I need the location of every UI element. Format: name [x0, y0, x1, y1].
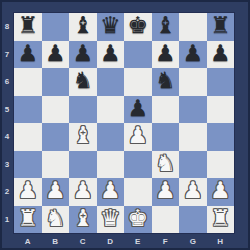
square-e4[interactable]: ♟ — [124, 123, 152, 151]
rank-label-3: 3 — [0, 151, 14, 179]
chess-board-frame: 87654321 ♜♝♛♚♝♜♟♟♟♟♟♟♟♞♞♟♝♟♞♟♟♟♟♟♟♟♜♞♝♛♚… — [0, 0, 250, 250]
piece-black-pawn[interactable]: ♟ — [17, 42, 38, 67]
square-g4[interactable] — [179, 123, 207, 151]
piece-black-bishop[interactable]: ♝ — [72, 14, 93, 39]
square-h3[interactable] — [207, 151, 235, 179]
square-d8[interactable]: ♛ — [97, 13, 125, 41]
square-c7[interactable]: ♟ — [69, 41, 97, 69]
square-h8[interactable]: ♜ — [207, 13, 235, 41]
piece-black-pawn[interactable]: ♟ — [210, 42, 231, 67]
square-h2[interactable]: ♟ — [207, 178, 235, 206]
square-a3[interactable] — [14, 151, 42, 179]
chess-board[interactable]: ♜♝♛♚♝♜♟♟♟♟♟♟♟♞♞♟♝♟♞♟♟♟♟♟♟♟♜♞♝♛♚♜ — [14, 13, 234, 233]
square-d6[interactable] — [97, 68, 125, 96]
rank-label-1: 1 — [0, 206, 14, 234]
piece-white-king[interactable]: ♚ — [127, 207, 148, 232]
piece-white-pawn[interactable]: ♟ — [45, 179, 66, 204]
square-b3[interactable] — [42, 151, 70, 179]
square-g3[interactable] — [179, 151, 207, 179]
square-g8[interactable] — [179, 13, 207, 41]
file-labels: ABCDEFGH — [14, 234, 234, 248]
rank-label-4: 4 — [0, 123, 14, 151]
square-a1[interactable]: ♜ — [14, 206, 42, 234]
piece-black-rook[interactable]: ♜ — [17, 14, 38, 39]
square-g6[interactable] — [179, 68, 207, 96]
piece-white-queen[interactable]: ♛ — [100, 207, 121, 232]
square-h6[interactable] — [207, 68, 235, 96]
piece-black-bishop[interactable]: ♝ — [155, 14, 176, 39]
piece-black-knight[interactable]: ♞ — [155, 69, 176, 94]
square-a2[interactable]: ♟ — [14, 178, 42, 206]
square-d3[interactable] — [97, 151, 125, 179]
rank-label-6: 6 — [0, 68, 14, 96]
piece-black-pawn[interactable]: ♟ — [155, 42, 176, 67]
piece-white-pawn[interactable]: ♟ — [17, 179, 38, 204]
square-f5[interactable] — [152, 96, 180, 124]
square-b1[interactable]: ♞ — [42, 206, 70, 234]
file-label-a: A — [14, 234, 42, 248]
file-label-f: F — [152, 234, 180, 248]
piece-white-bishop[interactable]: ♝ — [72, 124, 93, 149]
piece-white-pawn[interactable]: ♟ — [155, 179, 176, 204]
piece-white-pawn[interactable]: ♟ — [210, 179, 231, 204]
piece-black-pawn[interactable]: ♟ — [127, 97, 148, 122]
square-a8[interactable]: ♜ — [14, 13, 42, 41]
square-e8[interactable]: ♚ — [124, 13, 152, 41]
piece-black-rook[interactable]: ♜ — [210, 14, 231, 39]
square-b7[interactable]: ♟ — [42, 41, 70, 69]
file-label-d: D — [97, 234, 125, 248]
square-e1[interactable]: ♚ — [124, 206, 152, 234]
square-e6[interactable] — [124, 68, 152, 96]
square-b4[interactable] — [42, 123, 70, 151]
piece-white-knight[interactable]: ♞ — [155, 152, 176, 177]
square-d5[interactable] — [97, 96, 125, 124]
square-a6[interactable] — [14, 68, 42, 96]
square-d7[interactable]: ♟ — [97, 41, 125, 69]
piece-white-rook[interactable]: ♜ — [210, 207, 231, 232]
square-f2[interactable]: ♟ — [152, 178, 180, 206]
square-g7[interactable]: ♟ — [179, 41, 207, 69]
square-a5[interactable] — [14, 96, 42, 124]
square-g1[interactable] — [179, 206, 207, 234]
file-label-b: B — [42, 234, 70, 248]
piece-white-pawn[interactable]: ♟ — [100, 179, 121, 204]
square-e3[interactable] — [124, 151, 152, 179]
square-c6[interactable]: ♞ — [69, 68, 97, 96]
square-e5[interactable]: ♟ — [124, 96, 152, 124]
square-d2[interactable]: ♟ — [97, 178, 125, 206]
rank-label-5: 5 — [0, 96, 14, 124]
square-h5[interactable] — [207, 96, 235, 124]
square-f6[interactable]: ♞ — [152, 68, 180, 96]
square-c2[interactable]: ♟ — [69, 178, 97, 206]
piece-white-rook[interactable]: ♜ — [17, 207, 38, 232]
square-b6[interactable] — [42, 68, 70, 96]
rank-label-8: 8 — [0, 13, 14, 41]
square-f1[interactable] — [152, 206, 180, 234]
rank-label-2: 2 — [0, 178, 14, 206]
square-g2[interactable]: ♟ — [179, 178, 207, 206]
square-f3[interactable]: ♞ — [152, 151, 180, 179]
piece-black-pawn[interactable]: ♟ — [72, 42, 93, 67]
square-c5[interactable] — [69, 96, 97, 124]
rank-label-7: 7 — [0, 41, 14, 69]
file-label-g: G — [179, 234, 207, 248]
square-f7[interactable]: ♟ — [152, 41, 180, 69]
square-g5[interactable] — [179, 96, 207, 124]
piece-black-pawn[interactable]: ♟ — [182, 42, 203, 67]
square-e7[interactable] — [124, 41, 152, 69]
square-c3[interactable] — [69, 151, 97, 179]
square-b5[interactable] — [42, 96, 70, 124]
rank-labels: 87654321 — [0, 13, 14, 233]
piece-white-knight[interactable]: ♞ — [45, 207, 66, 232]
square-d1[interactable]: ♛ — [97, 206, 125, 234]
square-h4[interactable] — [207, 123, 235, 151]
piece-black-king[interactable]: ♚ — [127, 14, 148, 39]
piece-white-pawn[interactable]: ♟ — [127, 124, 148, 149]
piece-black-pawn[interactable]: ♟ — [45, 42, 66, 67]
square-h7[interactable]: ♟ — [207, 41, 235, 69]
file-label-c: C — [69, 234, 97, 248]
square-b8[interactable] — [42, 13, 70, 41]
square-b2[interactable]: ♟ — [42, 178, 70, 206]
piece-white-bishop[interactable]: ♝ — [72, 207, 93, 232]
piece-white-pawn[interactable]: ♟ — [72, 179, 93, 204]
file-label-h: H — [207, 234, 235, 248]
square-d4[interactable] — [97, 123, 125, 151]
square-a4[interactable] — [14, 123, 42, 151]
square-f8[interactable]: ♝ — [152, 13, 180, 41]
piece-white-pawn[interactable]: ♟ — [182, 179, 203, 204]
square-a7[interactable]: ♟ — [14, 41, 42, 69]
square-f4[interactable] — [152, 123, 180, 151]
square-c4[interactable]: ♝ — [69, 123, 97, 151]
file-label-e: E — [124, 234, 152, 248]
square-h1[interactable]: ♜ — [207, 206, 235, 234]
square-e2[interactable] — [124, 178, 152, 206]
piece-black-pawn[interactable]: ♟ — [100, 42, 121, 67]
piece-black-queen[interactable]: ♛ — [100, 14, 121, 39]
square-c8[interactable]: ♝ — [69, 13, 97, 41]
square-c1[interactable]: ♝ — [69, 206, 97, 234]
piece-black-knight[interactable]: ♞ — [72, 69, 93, 94]
